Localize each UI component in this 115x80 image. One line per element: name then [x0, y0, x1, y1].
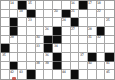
cell-r4c13[interactable] — [105, 27, 114, 36]
cell-r2c2[interactable] — [10, 10, 19, 19]
clue-number: 27 — [71, 27, 75, 30]
cell-r7c12[interactable] — [97, 53, 106, 62]
cell-r9c5[interactable] — [36, 70, 45, 79]
cell-r1c13[interactable] — [105, 1, 114, 10]
clue-number: 21 — [71, 9, 75, 12]
cell-r3c8[interactable]: 24 — [62, 18, 71, 27]
cell-r6c7[interactable]: 34 — [53, 44, 62, 53]
crossword-grid: 1415161718192021222324252627282930313233… — [0, 0, 115, 80]
clue-number: 20 — [54, 9, 58, 12]
block-cell-r2c4 — [27, 10, 36, 19]
cell-r3c1[interactable] — [1, 18, 10, 27]
clue-number: 39 — [45, 61, 49, 64]
cell-r2c3[interactable]: 19 — [18, 10, 27, 19]
clue-number: 19 — [19, 9, 23, 12]
cell-r2c5[interactable] — [36, 10, 45, 19]
cell-r5c3[interactable] — [18, 36, 27, 45]
cell-r4c6[interactable]: 26 — [44, 27, 53, 36]
clue-number: 41 — [106, 61, 110, 64]
cell-r1c9[interactable]: 16 — [71, 1, 80, 10]
clue-number: 32 — [97, 35, 101, 38]
cell-r6c4[interactable] — [27, 44, 36, 53]
cell-r9c11[interactable] — [88, 70, 97, 79]
cell-r7c9[interactable] — [71, 53, 80, 62]
cell-r3c12[interactable] — [97, 18, 106, 27]
cell-r9c1[interactable] — [1, 70, 10, 79]
cell-r1c4[interactable]: 15 — [27, 1, 36, 10]
clue-number: 26 — [45, 27, 49, 30]
block-cell-r4c7 — [53, 27, 62, 36]
clue-number: 14 — [10, 1, 14, 4]
cell-r4c4[interactable] — [27, 27, 36, 36]
block-cell-r7c7 — [53, 53, 62, 62]
cell-r9c12[interactable] — [97, 70, 106, 79]
clue-number: 18 — [97, 1, 101, 4]
cell-r7c5[interactable] — [36, 53, 45, 62]
clue-number: 33 — [36, 44, 40, 47]
cell-r8c10[interactable] — [79, 62, 88, 71]
cell-r2c13[interactable] — [105, 10, 114, 19]
clue-number: 42 — [10, 70, 14, 73]
block-cell-r9c4 — [27, 70, 36, 79]
cell-r4c9[interactable]: 27 — [71, 27, 80, 36]
cell-r3c5[interactable] — [36, 18, 45, 27]
block-cell-r9c9 — [71, 70, 80, 79]
cell-r5c2[interactable]: 29 — [10, 36, 19, 45]
block-cell-r3c2 — [10, 18, 19, 27]
cell-r1c1[interactable] — [1, 1, 10, 10]
clue-number: 28 — [88, 27, 92, 30]
cell-r3c11[interactable] — [88, 18, 97, 27]
block-cell-r8c2 — [10, 62, 19, 71]
cell-r9c8[interactable]: 44 — [62, 70, 71, 79]
clue-number: 34 — [54, 44, 58, 47]
cell-r2c1[interactable] — [1, 10, 10, 19]
cell-r6c3[interactable] — [18, 44, 27, 53]
cell-r4c5[interactable] — [36, 27, 45, 36]
cell-r3c10[interactable] — [79, 18, 88, 27]
block-cell-r4c2 — [10, 27, 19, 36]
cell-r6c8[interactable] — [62, 44, 71, 53]
clue-number: 35 — [2, 53, 6, 56]
cell-r4c8[interactable] — [62, 27, 71, 36]
block-cell-r3c9 — [71, 18, 80, 27]
cell-r9c7[interactable] — [53, 70, 62, 79]
cell-r2c11[interactable] — [88, 10, 97, 19]
cell-r1c5[interactable] — [36, 1, 45, 10]
clue-number: 40 — [88, 61, 92, 64]
cell-r1c11[interactable]: 17 — [88, 1, 97, 10]
clue-number: 17 — [88, 1, 92, 4]
block-cell-r4c12 — [97, 27, 106, 36]
block-cell-r1c10 — [79, 1, 88, 10]
cell-r3c7[interactable] — [53, 18, 62, 27]
cell-r7c8[interactable] — [62, 53, 71, 62]
cell-r8c1[interactable] — [1, 62, 10, 71]
cell-r4c10[interactable] — [79, 27, 88, 36]
clue-number: 44 — [62, 70, 66, 73]
cell-r5c12[interactable]: 32 — [97, 36, 106, 45]
cell-r6c13[interactable] — [105, 44, 114, 53]
block-cell-r2c8 — [62, 10, 71, 19]
cell-r8c4[interactable] — [27, 62, 36, 71]
cell-r5c10[interactable] — [79, 36, 88, 45]
clue-number: 38 — [36, 61, 40, 64]
block-cell-r5c6 — [44, 36, 53, 45]
cell-r7c2[interactable] — [10, 53, 19, 62]
cell-r8c13[interactable]: 41 — [105, 62, 114, 71]
cell-r5c11[interactable]: 31 — [88, 36, 97, 45]
cell-r7c6[interactable]: 36 — [44, 53, 53, 62]
clue-number: 16 — [71, 1, 75, 4]
block-cell-r6c1 — [1, 44, 10, 53]
clue-number: 36 — [45, 53, 49, 56]
block-cell-r5c7 — [53, 36, 62, 45]
cell-r2c12[interactable]: 22 — [97, 10, 106, 19]
cell-r3c13[interactable]: 25 — [105, 18, 114, 27]
cell-r8c8[interactable] — [62, 62, 71, 71]
clue-number: 25 — [106, 18, 110, 21]
clue-number: 43 — [19, 70, 23, 73]
cell-r5c9[interactable] — [71, 36, 80, 45]
cell-r8c6[interactable]: 39 — [44, 62, 53, 71]
clue-number: 29 — [10, 35, 14, 38]
cell-r7c4[interactable] — [27, 53, 36, 62]
cell-r8c11[interactable]: 40 — [88, 62, 97, 71]
block-cell-r7c13 — [105, 53, 114, 62]
cell-r4c11[interactable]: 28 — [88, 27, 97, 36]
cell-r3c3[interactable] — [18, 18, 27, 27]
cell-r9c3[interactable]: 43 — [18, 70, 27, 79]
cell-r6c10[interactable] — [79, 44, 88, 53]
cell-r2c9[interactable]: 21 — [71, 10, 80, 19]
cell-r7c1[interactable]: 35 — [1, 53, 10, 62]
cell-r2c7[interactable]: 20 — [53, 10, 62, 19]
red-mark — [12, 77, 16, 80]
cell-r6c12[interactable] — [97, 44, 106, 53]
cell-r5c5[interactable]: 30 — [36, 36, 45, 45]
cell-r1c2[interactable]: 14 — [10, 1, 19, 10]
clue-number: 45 — [106, 70, 110, 73]
cell-r6c11[interactable] — [88, 44, 97, 53]
cell-r8c5[interactable]: 38 — [36, 62, 45, 71]
cell-r7c3[interactable] — [18, 53, 27, 62]
clue-number: 23 — [28, 18, 32, 21]
cell-r8c12[interactable] — [97, 62, 106, 71]
cell-r4c3[interactable] — [18, 27, 27, 36]
cell-r5c13[interactable] — [105, 36, 114, 45]
cell-r4c1[interactable] — [1, 27, 10, 36]
cell-r9c13[interactable]: 45 — [105, 70, 114, 79]
cell-r2c6[interactable] — [44, 10, 53, 19]
cell-r9c6[interactable] — [44, 70, 53, 79]
block-cell-r1c3 — [18, 1, 27, 10]
cell-r3c6[interactable] — [44, 18, 53, 27]
clue-number: 31 — [88, 35, 92, 38]
cell-r3c4[interactable]: 23 — [27, 18, 36, 27]
clue-number: 30 — [36, 35, 40, 38]
clue-number: 15 — [28, 1, 32, 4]
cell-r6c2[interactable] — [10, 44, 19, 53]
cell-r5c1[interactable] — [1, 36, 10, 45]
clue-number: 24 — [62, 18, 66, 21]
cell-r2c10[interactable] — [79, 10, 88, 19]
cell-r9c10[interactable] — [79, 70, 88, 79]
cell-r7c10[interactable]: 37 — [79, 53, 88, 62]
cell-r6c5[interactable]: 33 — [36, 44, 45, 53]
cell-r8c9[interactable] — [71, 62, 80, 71]
clue-number: 22 — [97, 9, 101, 12]
cell-r1c6[interactable] — [44, 1, 53, 10]
cell-r1c8[interactable] — [62, 1, 71, 10]
cell-r6c9[interactable] — [71, 44, 80, 53]
cell-r5c4[interactable] — [27, 36, 36, 45]
block-cell-r7c11 — [88, 53, 97, 62]
cell-r8c3[interactable] — [18, 62, 27, 71]
block-cell-r6c6 — [44, 44, 53, 53]
cell-r5c8[interactable] — [62, 36, 71, 45]
block-cell-r8c7 — [53, 62, 62, 71]
cell-r1c7[interactable] — [53, 1, 62, 10]
clue-number: 37 — [80, 53, 84, 56]
cell-r1c12[interactable]: 18 — [97, 1, 106, 10]
